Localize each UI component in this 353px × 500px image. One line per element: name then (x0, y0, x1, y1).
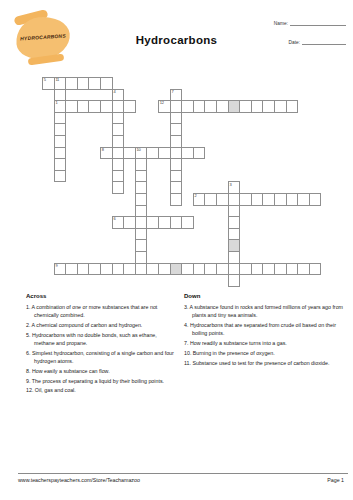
clue-number-9: 9 (55, 264, 57, 268)
grid-cell-r17c16[interactable] (228, 274, 241, 287)
clue-number-1: 1 (55, 101, 57, 105)
clue-number-11: 11 (55, 78, 59, 82)
clue-number-6: 6 (113, 217, 115, 221)
clue-number-3: 3 (229, 183, 231, 187)
clue-number-4: 4 (113, 90, 115, 94)
down-clue-10: 10. Burning in the presence of oxygen. (184, 349, 347, 357)
name-row: Name: (274, 20, 346, 26)
grid-cell-r12c12[interactable] (181, 216, 194, 229)
down-clue-7: 7. How readily a substance turns into a … (184, 339, 347, 347)
across-clue-8: 8. How easily a substance can flow. (26, 367, 178, 375)
grid-cell-r8c1[interactable] (54, 170, 67, 183)
grid-cell-r10c15[interactable] (216, 193, 229, 206)
down-clue-11: 11. Substance used to test for the prese… (184, 359, 347, 367)
across-heading: Across (26, 293, 178, 299)
clue-number-2: 2 (195, 194, 197, 198)
clue-number-5: 5 (44, 78, 46, 82)
grid-cell-r10c23[interactable] (309, 193, 322, 206)
grid-cell-r6c5[interactable]: 8 (100, 147, 113, 160)
grid-cell-r9c6[interactable] (112, 181, 125, 194)
grid-cell-r16c15[interactable] (216, 263, 229, 276)
across-clue-5: 5. Hydrocarbons with no double bonds, su… (26, 331, 178, 347)
across-clues-section: Across 1. A combination of one or more s… (26, 293, 178, 396)
clue-number-7: 7 (171, 90, 173, 94)
across-clue-9: 9. The process of separating a liquid by… (26, 377, 178, 385)
across-clue-list: 1. A combination of one or more substanc… (26, 303, 178, 395)
down-heading: Down (184, 293, 347, 299)
footer-page-number: Page 1 (327, 477, 344, 483)
clue-number-10: 10 (137, 148, 141, 152)
grid-cell-r2c5[interactable] (100, 100, 113, 113)
down-clue-3: 3. A substance found in rocks and formed… (184, 303, 347, 319)
down-clues-section: Down 3. A substance found in rocks and f… (184, 293, 347, 368)
clue-number-12: 12 (160, 101, 164, 105)
clue-number-8: 8 (102, 148, 104, 152)
grid-cell-r2c21[interactable] (286, 100, 299, 113)
across-clue-6: 6. Simplest hydrocarbon, consisting of a… (26, 349, 178, 365)
grid-cell-r16c23[interactable] (309, 263, 322, 276)
footer-divider (18, 473, 348, 474)
grid-cell-r2c10[interactable]: 12 (158, 100, 171, 113)
grid-cell-r10c11[interactable] (170, 193, 183, 206)
grid-cell-r6c13[interactable] (193, 147, 206, 160)
footer-url: www.teacherspayteachers.com/Store/Teacha… (18, 477, 140, 483)
down-clue-list: 3. A substance found in rocks and formed… (184, 303, 347, 367)
grid-cell-r12c7[interactable] (123, 216, 136, 229)
grid-cell-r2c7[interactable] (123, 100, 136, 113)
across-clue-2: 2. A chemical compound of carbon and hyd… (26, 321, 178, 329)
date-row: Date: (289, 39, 346, 45)
date-label: Date: (289, 40, 300, 45)
across-clue-12: 12. Oil, gas and coal. (26, 386, 178, 394)
across-clue-1: 1. A combination of one or more substanc… (26, 303, 178, 319)
name-blank-line[interactable] (290, 20, 346, 26)
name-label: Name: (274, 21, 288, 26)
down-clue-4: 4. Hydrocarbons that are separated from … (184, 321, 347, 337)
grid-cell-r6c10[interactable] (158, 147, 171, 160)
date-blank-line[interactable] (302, 39, 346, 45)
